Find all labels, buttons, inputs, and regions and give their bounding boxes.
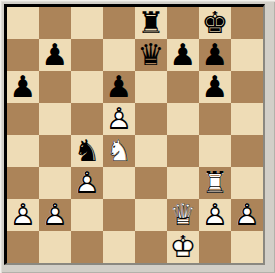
white-pawn[interactable]: ♟♙ (39, 199, 71, 231)
square-g6[interactable]: ♟ (199, 71, 231, 103)
white-pawn-outline: ♙ (71, 167, 103, 199)
square-b4[interactable] (39, 135, 71, 167)
white-pawn[interactable]: ♟♙ (103, 103, 135, 135)
square-h5[interactable] (231, 103, 263, 135)
square-g5[interactable] (199, 103, 231, 135)
square-d4[interactable]: ♞♘ (103, 135, 135, 167)
square-h2[interactable]: ♟♙ (231, 199, 263, 231)
black-pawn-glyph: ♟ (199, 39, 231, 71)
square-a2[interactable]: ♟♙ (7, 199, 39, 231)
square-h1[interactable] (231, 231, 263, 263)
white-king[interactable]: ♚♔ (167, 231, 199, 263)
square-f4[interactable] (167, 135, 199, 167)
square-c7[interactable] (71, 39, 103, 71)
square-a5[interactable] (7, 103, 39, 135)
white-pawn[interactable]: ♟♙ (7, 199, 39, 231)
square-e5[interactable] (135, 103, 167, 135)
square-c6[interactable] (71, 71, 103, 103)
black-king[interactable]: ♚ (199, 7, 231, 39)
white-queen[interactable]: ♛♕ (167, 199, 199, 231)
white-pawn[interactable]: ♟♙ (231, 199, 263, 231)
square-e7[interactable]: ♛ (135, 39, 167, 71)
square-b2[interactable]: ♟♙ (39, 199, 71, 231)
white-pawn-outline: ♙ (103, 103, 135, 135)
square-g8[interactable]: ♚ (199, 7, 231, 39)
square-a8[interactable] (7, 7, 39, 39)
black-pawn-glyph: ♟ (39, 39, 71, 71)
white-king-outline: ♔ (167, 231, 199, 263)
square-c1[interactable] (71, 231, 103, 263)
square-a1[interactable] (7, 231, 39, 263)
square-e2[interactable] (135, 199, 167, 231)
square-g2[interactable]: ♟♙ (199, 199, 231, 231)
square-h8[interactable] (231, 7, 263, 39)
square-f2[interactable]: ♛♕ (167, 199, 199, 231)
square-c5[interactable] (71, 103, 103, 135)
white-pawn-outline: ♙ (7, 199, 39, 231)
white-knight[interactable]: ♞♘ (103, 135, 135, 167)
square-b7[interactable]: ♟ (39, 39, 71, 71)
square-b8[interactable] (39, 7, 71, 39)
square-g4[interactable] (199, 135, 231, 167)
square-c3[interactable]: ♟♙ (71, 167, 103, 199)
white-queen-outline: ♕ (167, 199, 199, 231)
square-a6[interactable]: ♟ (7, 71, 39, 103)
white-rook-outline: ♖ (199, 167, 231, 199)
square-a7[interactable] (7, 39, 39, 71)
square-c4[interactable]: ♞ (71, 135, 103, 167)
square-c2[interactable] (71, 199, 103, 231)
black-pawn-glyph: ♟ (7, 71, 39, 103)
white-pawn[interactable]: ♟♙ (199, 199, 231, 231)
black-rook[interactable]: ♜ (135, 7, 167, 39)
chess-app-window: ♜♚♟♛♟♟♟♟♟♟♙♞♞♘♟♙♜♖♟♙♟♙♛♕♟♙♟♙♚♔ (0, 0, 275, 273)
square-d8[interactable] (103, 7, 135, 39)
black-king-glyph: ♚ (199, 7, 231, 39)
square-f5[interactable] (167, 103, 199, 135)
square-g1[interactable] (199, 231, 231, 263)
square-d2[interactable] (103, 199, 135, 231)
square-c8[interactable] (71, 7, 103, 39)
black-rook-glyph: ♜ (135, 7, 167, 39)
white-pawn-outline: ♙ (199, 199, 231, 231)
white-pawn-outline: ♙ (39, 199, 71, 231)
square-d7[interactable] (103, 39, 135, 71)
black-queen[interactable]: ♛ (135, 39, 167, 71)
square-f1[interactable]: ♚♔ (167, 231, 199, 263)
black-knight[interactable]: ♞ (71, 135, 103, 167)
square-d3[interactable] (103, 167, 135, 199)
square-d6[interactable]: ♟ (103, 71, 135, 103)
black-pawn[interactable]: ♟ (39, 39, 71, 71)
square-h3[interactable] (231, 167, 263, 199)
black-knight-glyph: ♞ (71, 135, 103, 167)
square-g7[interactable]: ♟ (199, 39, 231, 71)
square-b6[interactable] (39, 71, 71, 103)
black-pawn-glyph: ♟ (167, 39, 199, 71)
square-e3[interactable] (135, 167, 167, 199)
square-b3[interactable] (39, 167, 71, 199)
square-f8[interactable] (167, 7, 199, 39)
square-e6[interactable] (135, 71, 167, 103)
square-d1[interactable] (103, 231, 135, 263)
square-g3[interactable]: ♜♖ (199, 167, 231, 199)
square-e8[interactable]: ♜ (135, 7, 167, 39)
white-pawn[interactable]: ♟♙ (71, 167, 103, 199)
square-b1[interactable] (39, 231, 71, 263)
black-pawn-glyph: ♟ (103, 71, 135, 103)
black-pawn[interactable]: ♟ (7, 71, 39, 103)
square-e1[interactable] (135, 231, 167, 263)
square-d5[interactable]: ♟♙ (103, 103, 135, 135)
black-pawn[interactable]: ♟ (167, 39, 199, 71)
square-h7[interactable] (231, 39, 263, 71)
black-pawn-glyph: ♟ (199, 71, 231, 103)
square-b5[interactable] (39, 103, 71, 135)
square-h4[interactable] (231, 135, 263, 167)
white-pawn-outline: ♙ (231, 199, 263, 231)
white-knight-outline: ♘ (103, 135, 135, 167)
square-f6[interactable] (167, 71, 199, 103)
white-rook[interactable]: ♜♖ (199, 167, 231, 199)
square-f3[interactable] (167, 167, 199, 199)
square-a3[interactable] (7, 167, 39, 199)
square-a4[interactable] (7, 135, 39, 167)
square-e4[interactable] (135, 135, 167, 167)
black-pawn[interactable]: ♟ (199, 71, 231, 103)
black-pawn[interactable]: ♟ (103, 71, 135, 103)
black-pawn[interactable]: ♟ (199, 39, 231, 71)
black-queen-glyph: ♛ (135, 39, 167, 71)
square-h6[interactable] (231, 71, 263, 103)
chess-board: ♜♚♟♛♟♟♟♟♟♟♙♞♞♘♟♙♜♖♟♙♟♙♛♕♟♙♟♙♚♔ (4, 4, 265, 265)
square-f7[interactable]: ♟ (167, 39, 199, 71)
